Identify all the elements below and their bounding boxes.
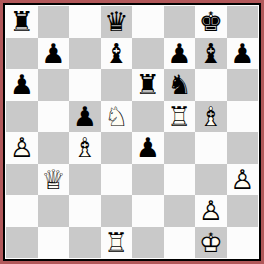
square-a5[interactable] <box>6 101 38 133</box>
black-pawn-icon: ♟ <box>38 38 70 70</box>
white-king-icon: ♔ <box>195 227 227 259</box>
white-knight-fill: ♞ <box>101 101 133 133</box>
square-d4[interactable] <box>101 132 133 164</box>
white-pawn-fill: ♟ <box>195 195 227 227</box>
square-e8[interactable] <box>132 6 164 38</box>
square-g4[interactable] <box>195 132 227 164</box>
square-f4[interactable] <box>164 132 196 164</box>
square-g8[interactable]: ♚ <box>195 6 227 38</box>
chess-board: ♜♛♚♟♝♟♝♟♟♜♞♟♞♘♜♖♝♗♟♙♝♗♟♛♕♟♙♟♙♜♖♚♔ <box>6 6 258 258</box>
square-a2[interactable] <box>6 195 38 227</box>
square-d6[interactable] <box>101 69 133 101</box>
square-e3[interactable] <box>132 164 164 196</box>
black-rook-icon: ♜ <box>132 69 164 101</box>
square-e4[interactable]: ♟ <box>132 132 164 164</box>
white-bishop-icon: ♗ <box>69 132 101 164</box>
square-c4[interactable]: ♝♗ <box>69 132 101 164</box>
square-b7[interactable]: ♟ <box>38 38 70 70</box>
square-h7[interactable]: ♟ <box>227 38 259 70</box>
black-pawn-icon: ♟ <box>69 101 101 133</box>
white-queen-icon: ♕ <box>38 164 70 196</box>
square-c1[interactable] <box>69 227 101 259</box>
square-a8[interactable]: ♜ <box>6 6 38 38</box>
square-b3[interactable]: ♛♕ <box>38 164 70 196</box>
square-b2[interactable] <box>38 195 70 227</box>
square-b4[interactable] <box>38 132 70 164</box>
black-pawn-icon: ♟ <box>132 132 164 164</box>
black-rook-icon: ♜ <box>6 6 38 38</box>
square-d7[interactable]: ♝ <box>101 38 133 70</box>
white-bishop-icon: ♗ <box>195 101 227 133</box>
white-bishop-fill: ♝ <box>195 101 227 133</box>
black-knight-icon: ♞ <box>164 69 196 101</box>
white-pawn-icon: ♙ <box>195 195 227 227</box>
white-pawn-fill: ♟ <box>227 164 259 196</box>
square-f6[interactable]: ♞ <box>164 69 196 101</box>
square-c3[interactable] <box>69 164 101 196</box>
white-king-fill: ♚ <box>195 227 227 259</box>
black-queen-icon: ♛ <box>101 6 133 38</box>
white-pawn-icon: ♙ <box>6 132 38 164</box>
square-e6[interactable]: ♜ <box>132 69 164 101</box>
white-pawn-icon: ♙ <box>227 164 259 196</box>
board-border: ♜♛♚♟♝♟♝♟♟♜♞♟♞♘♜♖♝♗♟♙♝♗♟♛♕♟♙♟♙♜♖♚♔ <box>3 3 261 261</box>
square-g5[interactable]: ♝♗ <box>195 101 227 133</box>
square-b1[interactable] <box>38 227 70 259</box>
square-a6[interactable]: ♟ <box>6 69 38 101</box>
board-frame: ♜♛♚♟♝♟♝♟♟♜♞♟♞♘♜♖♝♗♟♙♝♗♟♛♕♟♙♟♙♜♖♚♔ <box>0 0 264 264</box>
white-rook-icon: ♖ <box>101 227 133 259</box>
square-g1[interactable]: ♚♔ <box>195 227 227 259</box>
square-b6[interactable] <box>38 69 70 101</box>
square-f1[interactable] <box>164 227 196 259</box>
square-e7[interactable] <box>132 38 164 70</box>
square-f5[interactable]: ♜♖ <box>164 101 196 133</box>
square-h1[interactable] <box>227 227 259 259</box>
white-knight-icon: ♘ <box>101 101 133 133</box>
black-pawn-icon: ♟ <box>227 38 259 70</box>
square-h2[interactable] <box>227 195 259 227</box>
square-g2[interactable]: ♟♙ <box>195 195 227 227</box>
square-b5[interactable] <box>38 101 70 133</box>
square-d8[interactable]: ♛ <box>101 6 133 38</box>
square-f3[interactable] <box>164 164 196 196</box>
square-f7[interactable]: ♟ <box>164 38 196 70</box>
square-c7[interactable] <box>69 38 101 70</box>
square-c6[interactable] <box>69 69 101 101</box>
white-queen-fill: ♛ <box>38 164 70 196</box>
square-c2[interactable] <box>69 195 101 227</box>
black-bishop-icon: ♝ <box>195 38 227 70</box>
square-g6[interactable] <box>195 69 227 101</box>
square-a4[interactable]: ♟♙ <box>6 132 38 164</box>
black-pawn-icon: ♟ <box>6 69 38 101</box>
square-b8[interactable] <box>38 6 70 38</box>
white-pawn-fill: ♟ <box>6 132 38 164</box>
square-d5[interactable]: ♞♘ <box>101 101 133 133</box>
square-a7[interactable] <box>6 38 38 70</box>
square-h8[interactable] <box>227 6 259 38</box>
square-e2[interactable] <box>132 195 164 227</box>
square-h4[interactable] <box>227 132 259 164</box>
white-rook-icon: ♖ <box>164 101 196 133</box>
black-king-icon: ♚ <box>195 6 227 38</box>
square-e5[interactable] <box>132 101 164 133</box>
black-bishop-icon: ♝ <box>101 38 133 70</box>
square-d2[interactable] <box>101 195 133 227</box>
white-rook-fill: ♜ <box>164 101 196 133</box>
square-a1[interactable] <box>6 227 38 259</box>
square-c8[interactable] <box>69 6 101 38</box>
square-g3[interactable] <box>195 164 227 196</box>
square-d1[interactable]: ♜♖ <box>101 227 133 259</box>
square-c5[interactable]: ♟ <box>69 101 101 133</box>
white-bishop-fill: ♝ <box>69 132 101 164</box>
black-pawn-icon: ♟ <box>164 38 196 70</box>
square-h3[interactable]: ♟♙ <box>227 164 259 196</box>
square-a3[interactable] <box>6 164 38 196</box>
square-e1[interactable] <box>132 227 164 259</box>
square-d3[interactable] <box>101 164 133 196</box>
square-h6[interactable] <box>227 69 259 101</box>
white-rook-fill: ♜ <box>101 227 133 259</box>
square-f2[interactable] <box>164 195 196 227</box>
square-h5[interactable] <box>227 101 259 133</box>
square-f8[interactable] <box>164 6 196 38</box>
square-g7[interactable]: ♝ <box>195 38 227 70</box>
